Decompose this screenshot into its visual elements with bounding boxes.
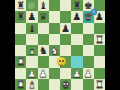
square-c6[interactable] [38, 23, 49, 34]
square-c3[interactable] [38, 56, 49, 67]
square-b6[interactable]: ♝ [26, 23, 37, 34]
move-quality-badge: ! [91, 9, 97, 15]
square-e4[interactable] [60, 45, 71, 56]
square-a3[interactable]: ♜ [15, 56, 26, 67]
square-d2[interactable] [49, 68, 60, 79]
square-f3[interactable] [71, 56, 82, 67]
black-pawn[interactable]: ♟ [26, 11, 37, 22]
white-pawn[interactable]: ♟ [38, 68, 49, 79]
black-rook[interactable]: ♜ [71, 0, 82, 11]
square-a8[interactable]: ♜ [15, 0, 26, 11]
square-e6[interactable]: ♟ [60, 23, 71, 34]
white-pawn[interactable]: ♟ [71, 68, 82, 79]
square-g6[interactable] [83, 23, 94, 34]
square-c7[interactable]: ♛ [38, 11, 49, 22]
square-g4[interactable] [83, 45, 94, 56]
square-b2[interactable]: ♟ [26, 68, 37, 79]
chess-board: ♜♝♜♚♜♟♛♟♛♟♝♟♜♝♞♞♜♟♟♟♟♜♝♚♜! [15, 0, 105, 90]
square-a2[interactable] [15, 68, 26, 79]
square-h3[interactable] [94, 56, 105, 67]
black-rook[interactable]: ♜ [15, 11, 26, 22]
square-d8[interactable] [49, 0, 60, 11]
white-pawn[interactable]: ♟ [26, 68, 37, 79]
square-c5[interactable] [38, 34, 49, 45]
square-h5[interactable]: ♜ [94, 34, 105, 45]
white-rook[interactable]: ♜ [94, 79, 105, 90]
square-f7[interactable]: ♟ [71, 11, 82, 22]
white-rook[interactable]: ♜ [15, 56, 26, 67]
square-g3[interactable] [83, 56, 94, 67]
square-e7[interactable] [60, 11, 71, 22]
square-e1[interactable]: ♚ [60, 79, 71, 90]
square-b5[interactable] [26, 34, 37, 45]
black-knight[interactable]: ♞ [38, 45, 49, 56]
square-g5[interactable] [83, 34, 94, 45]
square-e2[interactable] [60, 68, 71, 79]
square-f6[interactable] [71, 23, 82, 34]
square-a7[interactable]: ♜ [15, 11, 26, 22]
square-a6[interactable] [15, 23, 26, 34]
white-bishop[interactable]: ♝ [26, 45, 37, 56]
square-c8[interactable]: ♝ [38, 0, 49, 11]
black-bishop[interactable]: ♝ [26, 23, 37, 34]
square-b3[interactable] [26, 56, 37, 67]
square-c2[interactable]: ♟ [38, 68, 49, 79]
square-d1[interactable] [49, 79, 60, 90]
white-knight[interactable]: ♞ [49, 45, 60, 56]
square-h1[interactable]: ♜ [94, 79, 105, 90]
square-e8[interactable] [60, 0, 71, 11]
emoji-eye [59, 60, 61, 62]
white-rook[interactable]: ♜ [15, 79, 26, 90]
black-rook[interactable]: ♜ [15, 0, 26, 11]
square-a4[interactable] [15, 45, 26, 56]
letterbox-right [105, 0, 120, 90]
letterbox-left [0, 0, 15, 90]
square-d6[interactable] [49, 23, 60, 34]
emoji-eye [62, 60, 64, 62]
square-g1[interactable] [83, 79, 94, 90]
white-pawn[interactable]: ♟ [83, 68, 94, 79]
square-f4[interactable] [71, 45, 82, 56]
square-e5[interactable] [60, 34, 71, 45]
square-f5[interactable] [71, 34, 82, 45]
emoji-mouth [59, 63, 63, 66]
square-g2[interactable]: ♟ [83, 68, 94, 79]
white-rook[interactable]: ♜ [94, 34, 105, 45]
square-b1[interactable]: ♝ [26, 79, 37, 90]
black-pawn[interactable]: ♟ [60, 23, 71, 34]
square-c1[interactable] [38, 79, 49, 90]
square-b7[interactable]: ♟ [26, 11, 37, 22]
black-bishop[interactable]: ♝ [38, 0, 49, 11]
square-c4[interactable]: ♞ [38, 45, 49, 56]
black-pawn[interactable]: ♟ [71, 11, 82, 22]
white-king[interactable]: ♚ [60, 79, 71, 90]
video-frame: ♜♝♜♚♜♟♛♟♛♟♝♟♜♝♞♞♜♟♟♟♟♜♝♚♜! [0, 0, 120, 90]
square-h4[interactable] [94, 45, 105, 56]
square-a5[interactable] [15, 34, 26, 45]
square-h6[interactable] [94, 23, 105, 34]
square-a1[interactable]: ♜ [15, 79, 26, 90]
square-d7[interactable] [49, 11, 60, 22]
square-f8[interactable]: ♜ [71, 0, 82, 11]
square-d5[interactable] [49, 34, 60, 45]
black-queen[interactable]: ♛ [38, 11, 49, 22]
square-b4[interactable]: ♝ [26, 45, 37, 56]
square-f2[interactable]: ♟ [71, 68, 82, 79]
white-bishop[interactable]: ♝ [26, 79, 37, 90]
square-f1[interactable] [71, 79, 82, 90]
square-h2[interactable] [94, 68, 105, 79]
square-d4[interactable]: ♞ [49, 45, 60, 56]
